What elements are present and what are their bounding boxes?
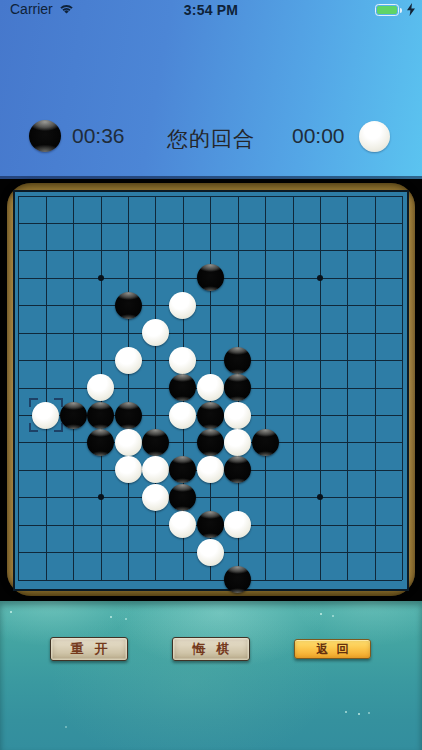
stone-white <box>197 374 224 401</box>
grid-line-h <box>18 497 402 498</box>
grid-line-h <box>18 580 402 581</box>
header-section: Carrier 3:54 PM 00:36 您的回合 0 <box>0 0 422 179</box>
grid-line-v <box>347 196 348 580</box>
stone-black <box>197 429 224 456</box>
stone-white <box>32 402 59 429</box>
stone-black <box>197 264 224 291</box>
app-screen: Carrier 3:54 PM 00:36 您的回合 0 <box>0 0 422 750</box>
stone-white <box>197 456 224 483</box>
stone-black <box>197 402 224 429</box>
star-point <box>317 275 323 281</box>
stone-white <box>115 456 142 483</box>
grid-line-v <box>293 196 294 580</box>
stone-white <box>169 347 196 374</box>
turn-label: 您的回合 <box>155 125 267 153</box>
stone-black <box>252 429 279 456</box>
grid-line-v <box>375 196 376 580</box>
star-point <box>98 275 104 281</box>
star-point <box>98 494 104 500</box>
white-stone-icon <box>359 121 390 152</box>
stone-white <box>224 429 251 456</box>
water-sparkles <box>10 611 12 613</box>
stone-black <box>87 402 114 429</box>
stone-black <box>169 484 196 511</box>
black-stone-icon <box>29 120 61 152</box>
stone-white <box>224 402 251 429</box>
stone-black <box>197 511 224 538</box>
stone-white <box>142 319 169 346</box>
stone-black <box>115 402 142 429</box>
stone-white <box>169 292 196 319</box>
stone-white <box>87 374 114 401</box>
stone-black <box>115 292 142 319</box>
white-timer: 00:00 <box>292 124 345 148</box>
stone-black <box>87 429 114 456</box>
stone-white <box>197 539 224 566</box>
stone-white <box>115 347 142 374</box>
stone-black <box>224 347 251 374</box>
grid-line-v <box>402 196 403 580</box>
stone-white <box>142 484 169 511</box>
black-timer: 00:36 <box>72 124 125 148</box>
board-section <box>0 179 422 601</box>
grid-line-v <box>320 196 321 580</box>
undo-button[interactable]: 悔棋 <box>172 637 250 661</box>
stone-black <box>142 429 169 456</box>
turn-indicator-bar: 00:36 您的回合 00:00 <box>0 0 422 179</box>
back-button[interactable]: 返回 <box>294 639 371 659</box>
background-water: 重开 悔棋 返回 <box>0 601 422 750</box>
restart-button[interactable]: 重开 <box>50 637 128 661</box>
grid-line-v <box>265 196 266 580</box>
stone-white <box>115 429 142 456</box>
stone-black <box>60 402 87 429</box>
stone-white <box>169 402 196 429</box>
